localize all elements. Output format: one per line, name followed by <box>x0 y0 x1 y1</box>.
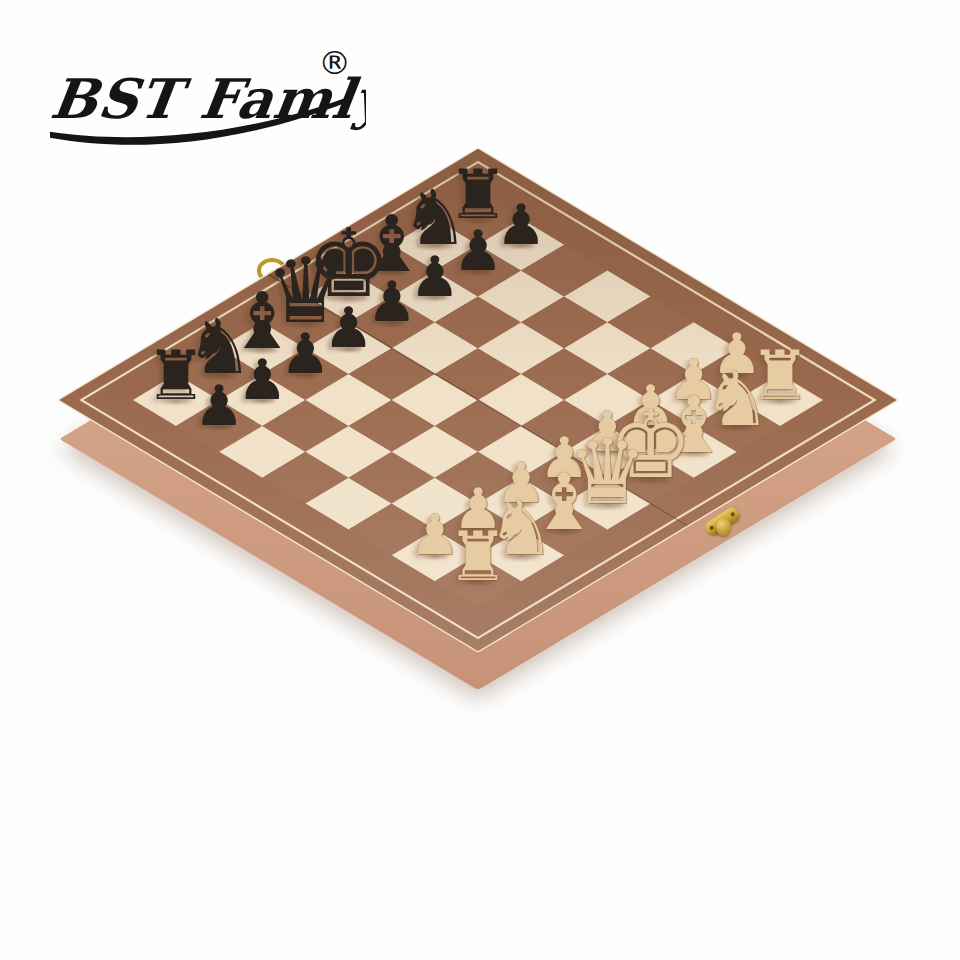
board-top-face <box>57 147 900 653</box>
product-photo: BST Famly ® ♜♞♝♛♚♝♞♜♟♟♟♟♟♟♟♟♟♟♟♟♟♟♟♟♜♞♝♛… <box>0 0 960 960</box>
page-background: { "brand": { "logo_text": "BST Famly", "… <box>0 0 960 960</box>
chessboard-scene: ♜♞♝♛♚♝♞♜♟♟♟♟♟♟♟♟♟♟♟♟♟♟♟♟♜♞♝♛♚♝♞♜ <box>0 0 960 960</box>
clasp-knob <box>716 518 731 536</box>
brass-clasp-icon <box>702 506 746 554</box>
